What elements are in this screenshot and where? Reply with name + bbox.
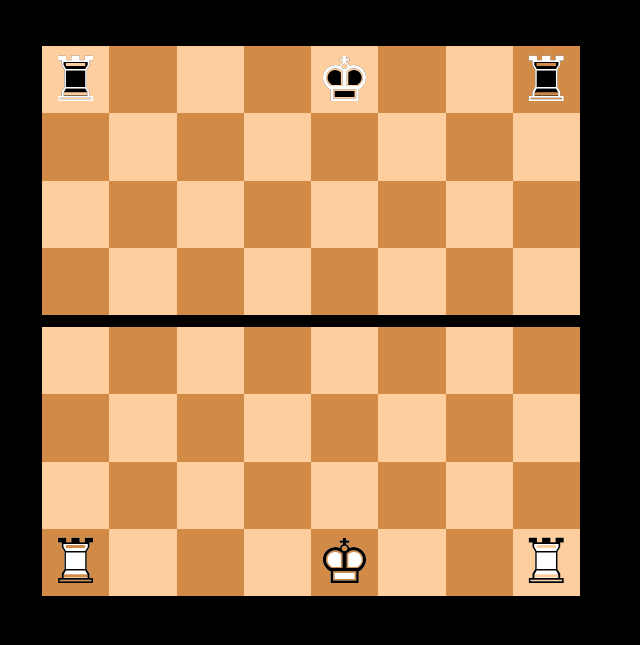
square-d8[interactable]	[244, 46, 311, 113]
square-c2[interactable]	[177, 462, 244, 529]
white-rook-h1[interactable]: ♜♖	[513, 529, 580, 596]
square-e8[interactable]: ♚♔	[311, 46, 378, 113]
square-g8[interactable]	[446, 46, 513, 113]
black-rook-h8[interactable]: ♜♖	[513, 46, 580, 113]
square-h6[interactable]	[513, 181, 580, 248]
white-king-e1[interactable]: ♚♔	[311, 529, 378, 596]
rook-outline-glyph: ♖	[513, 46, 580, 113]
square-h3[interactable]	[513, 394, 580, 461]
rook-outline-glyph: ♖	[42, 46, 109, 113]
black-rook-a8[interactable]: ♜♖	[42, 46, 109, 113]
square-d6[interactable]	[244, 181, 311, 248]
square-c5[interactable]	[177, 248, 244, 315]
square-d7[interactable]	[244, 113, 311, 180]
square-f7[interactable]	[378, 113, 445, 180]
square-d1[interactable]	[244, 529, 311, 596]
square-h7[interactable]	[513, 113, 580, 180]
square-c4[interactable]	[177, 327, 244, 394]
square-f3[interactable]	[378, 394, 445, 461]
square-d4[interactable]	[244, 327, 311, 394]
square-d5[interactable]	[244, 248, 311, 315]
square-g2[interactable]	[446, 462, 513, 529]
board-divider	[42, 315, 580, 327]
square-c8[interactable]	[177, 46, 244, 113]
square-e2[interactable]	[311, 462, 378, 529]
square-f8[interactable]	[378, 46, 445, 113]
square-a8[interactable]: ♜♖	[42, 46, 109, 113]
square-h5[interactable]	[513, 248, 580, 315]
square-f1[interactable]	[378, 529, 445, 596]
square-b6[interactable]	[109, 181, 176, 248]
square-b3[interactable]	[109, 394, 176, 461]
square-g1[interactable]	[446, 529, 513, 596]
square-d2[interactable]	[244, 462, 311, 529]
square-c7[interactable]	[177, 113, 244, 180]
square-c3[interactable]	[177, 394, 244, 461]
square-b1[interactable]	[109, 529, 176, 596]
square-b8[interactable]	[109, 46, 176, 113]
square-c1[interactable]	[177, 529, 244, 596]
square-g3[interactable]	[446, 394, 513, 461]
square-a6[interactable]	[42, 181, 109, 248]
square-a1[interactable]: ♜♖	[42, 529, 109, 596]
square-e5[interactable]	[311, 248, 378, 315]
square-f6[interactable]	[378, 181, 445, 248]
square-h1[interactable]: ♜♖	[513, 529, 580, 596]
square-g4[interactable]	[446, 327, 513, 394]
square-a7[interactable]	[42, 113, 109, 180]
rook-outline-glyph: ♖	[513, 529, 580, 596]
square-c6[interactable]	[177, 181, 244, 248]
square-e4[interactable]	[311, 327, 378, 394]
square-h4[interactable]	[513, 327, 580, 394]
white-rook-a1[interactable]: ♜♖	[42, 529, 109, 596]
black-king-e8[interactable]: ♚♔	[311, 46, 378, 113]
square-g6[interactable]	[446, 181, 513, 248]
diagram-background: ♜♖♚♔♜♖ ♜♖♚♔♜♖	[0, 0, 640, 645]
square-a3[interactable]	[42, 394, 109, 461]
square-h2[interactable]	[513, 462, 580, 529]
king-outline-glyph: ♔	[311, 529, 378, 596]
square-d3[interactable]	[244, 394, 311, 461]
square-e6[interactable]	[311, 181, 378, 248]
square-a2[interactable]	[42, 462, 109, 529]
square-e3[interactable]	[311, 394, 378, 461]
board-white-half: ♜♖♚♔♜♖	[42, 327, 580, 596]
square-h8[interactable]: ♜♖	[513, 46, 580, 113]
square-b4[interactable]	[109, 327, 176, 394]
square-f4[interactable]	[378, 327, 445, 394]
square-e1[interactable]: ♚♔	[311, 529, 378, 596]
square-b7[interactable]	[109, 113, 176, 180]
square-a4[interactable]	[42, 327, 109, 394]
square-a5[interactable]	[42, 248, 109, 315]
square-b2[interactable]	[109, 462, 176, 529]
square-f2[interactable]	[378, 462, 445, 529]
king-outline-glyph: ♔	[311, 46, 378, 113]
board-black-half: ♜♖♚♔♜♖	[42, 46, 580, 315]
chess-board: ♜♖♚♔♜♖ ♜♖♚♔♜♖	[42, 46, 580, 596]
square-e7[interactable]	[311, 113, 378, 180]
square-b5[interactable]	[109, 248, 176, 315]
square-f5[interactable]	[378, 248, 445, 315]
rook-outline-glyph: ♖	[42, 529, 109, 596]
square-g7[interactable]	[446, 113, 513, 180]
square-g5[interactable]	[446, 248, 513, 315]
